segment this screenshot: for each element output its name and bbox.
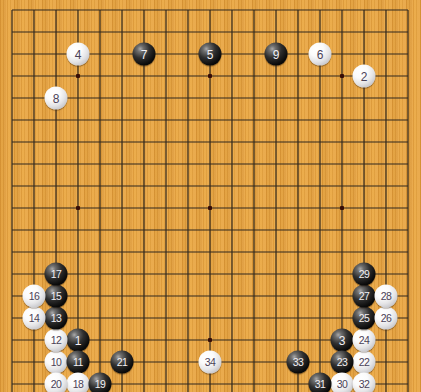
stone-move-number: 4 bbox=[75, 48, 82, 60]
hoshi-point bbox=[340, 206, 344, 210]
stone-16-white-b6: 16 bbox=[23, 285, 46, 308]
stone-move-number: 9 bbox=[273, 48, 280, 60]
stone-move-number: 23 bbox=[337, 357, 348, 368]
stone-move-number: 14 bbox=[29, 313, 40, 324]
stone-move-number: 16 bbox=[29, 291, 40, 302]
stone-move-number: 21 bbox=[117, 357, 128, 368]
stone-34-white-k3: 34 bbox=[199, 351, 222, 374]
stone-12-white-c4: 12 bbox=[45, 329, 68, 352]
stone-move-number: 3 bbox=[339, 334, 346, 346]
stone-move-number: 17 bbox=[51, 269, 62, 280]
stone-move-number: 11 bbox=[73, 357, 83, 368]
stone-10-white-c3: 10 bbox=[45, 351, 68, 374]
stone-7-black-g17: 7 bbox=[133, 43, 156, 66]
stone-18-white-d2: 18 bbox=[67, 373, 90, 392]
stone-19-black-e2: 19 bbox=[89, 373, 112, 392]
hoshi-point bbox=[208, 338, 212, 342]
stone-move-number: 29 bbox=[359, 269, 370, 280]
stone-move-number: 13 bbox=[51, 313, 62, 324]
stone-move-number: 10 bbox=[51, 357, 62, 368]
stone-move-number: 19 bbox=[95, 379, 106, 390]
stone-move-number: 28 bbox=[381, 291, 392, 302]
stone-move-number: 6 bbox=[317, 48, 324, 60]
stone-move-number: 25 bbox=[359, 313, 370, 324]
stone-6-white-p17: 6 bbox=[309, 43, 332, 66]
stone-move-number: 30 bbox=[337, 379, 348, 390]
hoshi-point bbox=[340, 74, 344, 78]
stone-21-black-f3: 21 bbox=[111, 351, 134, 374]
stone-1-black-d4: 1 bbox=[67, 329, 90, 352]
stone-move-number: 12 bbox=[51, 335, 62, 346]
stone-move-number: 15 bbox=[51, 291, 62, 302]
stone-13-black-c5: 13 bbox=[45, 307, 68, 330]
stone-32-white-r2: 32 bbox=[353, 373, 376, 392]
stone-27-black-r6: 27 bbox=[353, 285, 376, 308]
stone-move-number: 26 bbox=[381, 313, 392, 324]
hoshi-point bbox=[76, 74, 80, 78]
stone-15-black-c6: 15 bbox=[45, 285, 68, 308]
stone-move-number: 1 bbox=[75, 334, 82, 346]
stone-move-number: 24 bbox=[359, 335, 370, 346]
stone-3-black-q4: 3 bbox=[331, 329, 354, 352]
stone-30-white-q2: 30 bbox=[331, 373, 354, 392]
hoshi-point bbox=[76, 206, 80, 210]
stone-move-number: 32 bbox=[359, 379, 370, 390]
stone-33-black-o3: 33 bbox=[287, 351, 310, 374]
stone-25-black-r5: 25 bbox=[353, 307, 376, 330]
stone-8-white-c15: 8 bbox=[45, 87, 68, 110]
stone-move-number: 7 bbox=[141, 48, 148, 60]
stone-move-number: 8 bbox=[53, 92, 60, 104]
stone-move-number: 22 bbox=[359, 357, 370, 368]
hoshi-point bbox=[208, 206, 212, 210]
stone-22-white-r3: 22 bbox=[353, 351, 376, 374]
stone-14-white-b5: 14 bbox=[23, 307, 46, 330]
stone-4-white-d17: 4 bbox=[67, 43, 90, 66]
stone-move-number: 33 bbox=[293, 357, 304, 368]
stone-move-number: 27 bbox=[359, 291, 370, 302]
stone-20-white-c2: 20 bbox=[45, 373, 68, 392]
stone-move-number: 18 bbox=[73, 379, 84, 390]
stone-29-black-r7: 29 bbox=[353, 263, 376, 286]
hoshi-point bbox=[208, 74, 212, 78]
stone-26-white-s5: 26 bbox=[375, 307, 398, 330]
stone-move-number: 31 bbox=[315, 379, 326, 390]
stone-24-white-r4: 24 bbox=[353, 329, 376, 352]
stone-5-black-k17: 5 bbox=[199, 43, 222, 66]
go-board[interactable]: 1234567891011121314151617181920212223242… bbox=[0, 0, 421, 392]
stone-move-number: 5 bbox=[207, 48, 214, 60]
stone-17-black-c7: 17 bbox=[45, 263, 68, 286]
stone-move-number: 20 bbox=[51, 379, 62, 390]
stone-2-white-r16: 2 bbox=[353, 65, 376, 88]
stone-11-black-d3: 11 bbox=[67, 351, 90, 374]
stone-23-black-q3: 23 bbox=[331, 351, 354, 374]
stone-31-black-p2: 31 bbox=[309, 373, 332, 392]
stone-9-black-n17: 9 bbox=[265, 43, 288, 66]
stone-move-number: 2 bbox=[361, 70, 368, 82]
stone-28-white-s6: 28 bbox=[375, 285, 398, 308]
stone-move-number: 34 bbox=[205, 357, 216, 368]
